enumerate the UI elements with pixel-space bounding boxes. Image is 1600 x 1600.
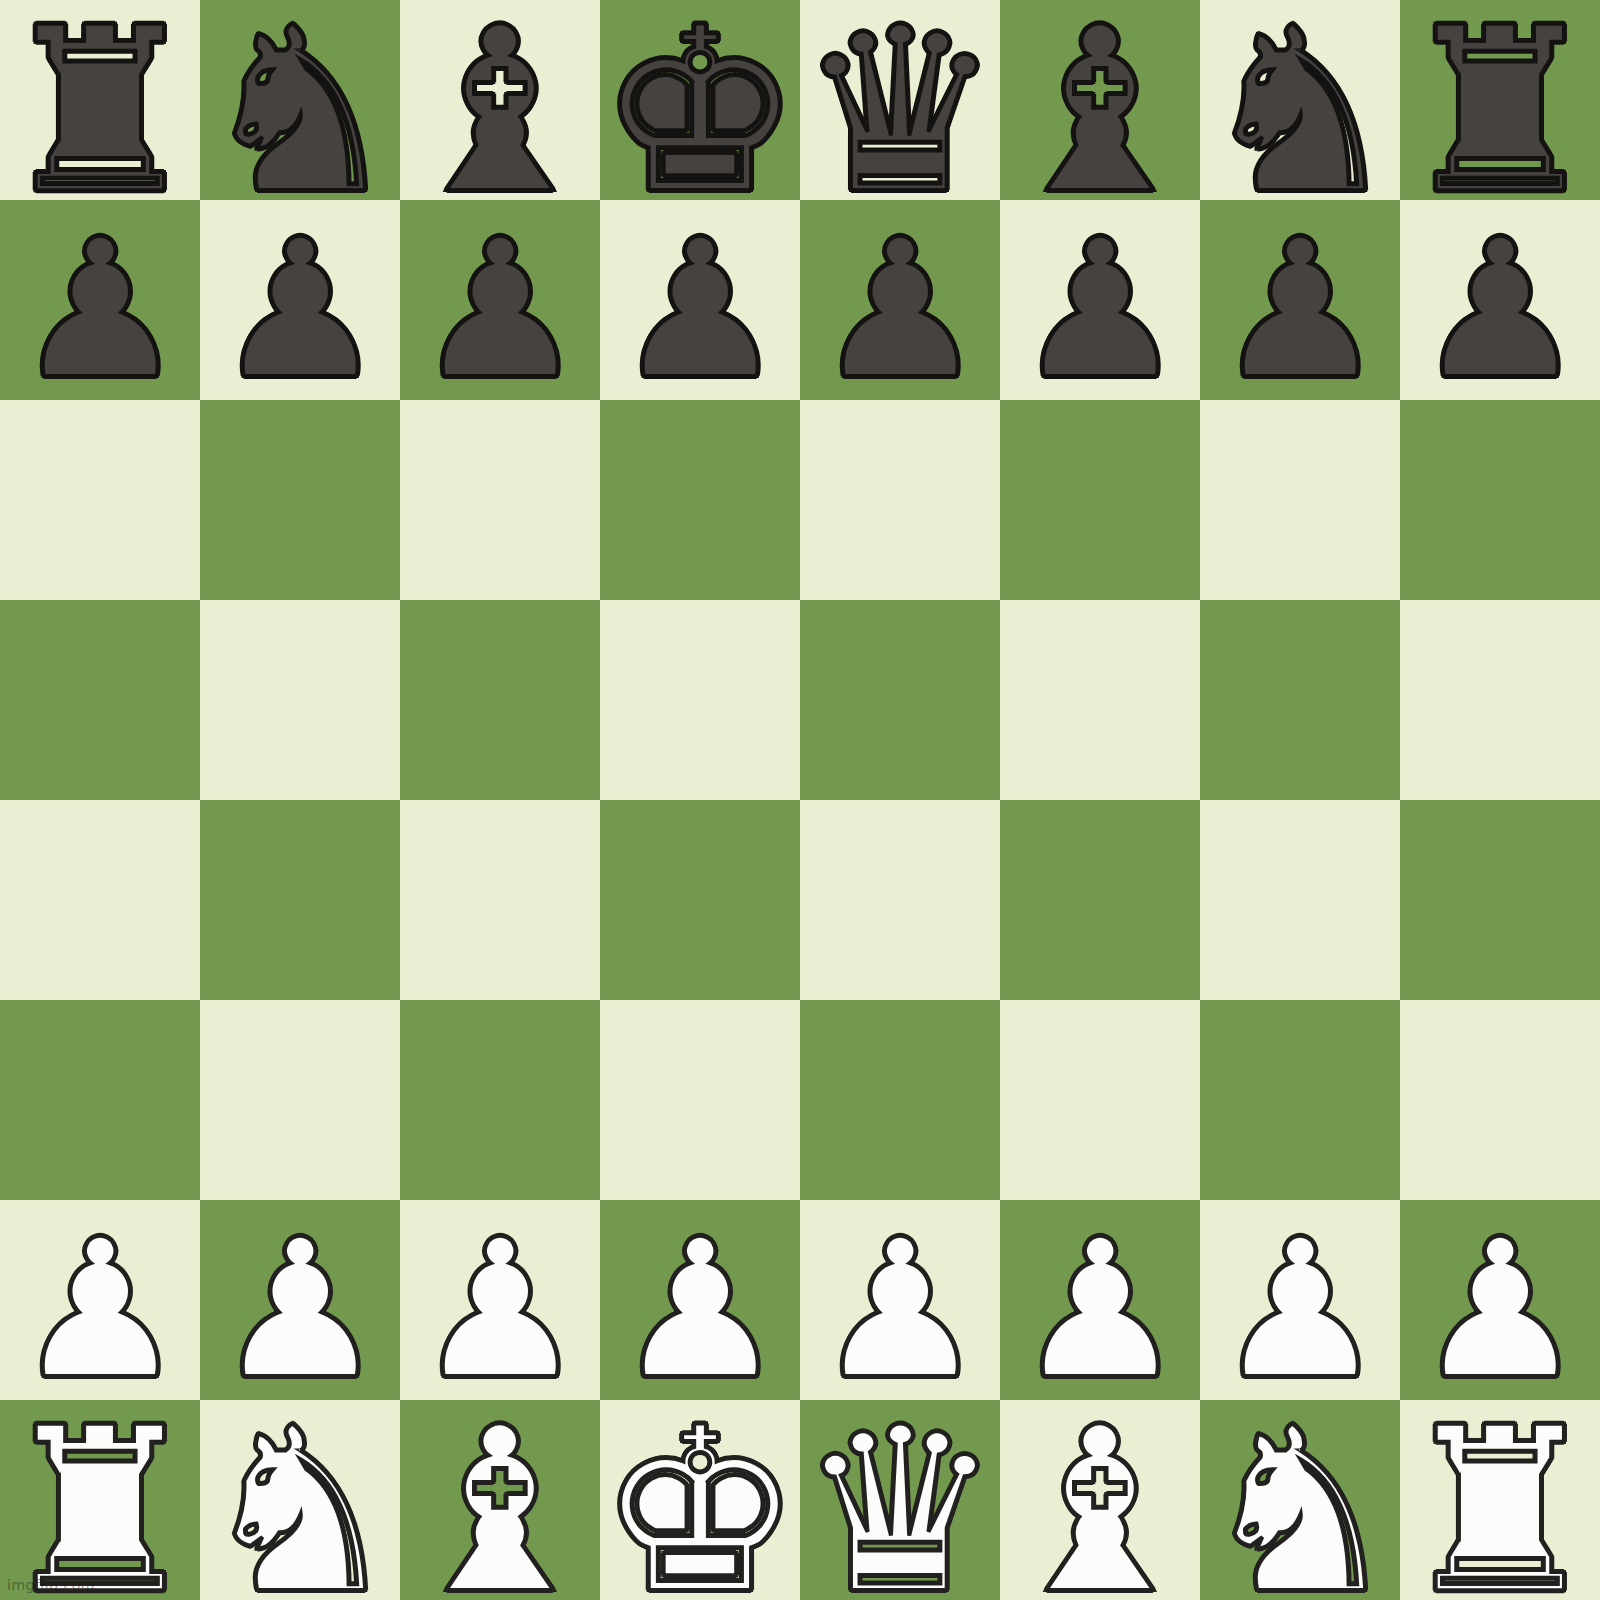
square-b5[interactable] [200, 600, 400, 800]
square-a2[interactable]: ♟ [0, 1200, 200, 1400]
piece-black-pawn[interactable]: ♟ [14, 214, 186, 400]
piece-white-pawn[interactable]: ♟ [14, 1214, 186, 1400]
square-a4[interactable] [0, 800, 200, 1000]
square-d5[interactable] [600, 600, 800, 800]
square-c6[interactable] [400, 400, 600, 600]
square-h2[interactable]: ♟ [1400, 1200, 1600, 1400]
square-f8[interactable]: ♝ [1000, 0, 1200, 200]
piece-black-pawn[interactable]: ♟ [814, 214, 986, 400]
square-e7[interactable]: ♟ [800, 200, 1000, 400]
square-g7[interactable]: ♟ [1200, 200, 1400, 400]
square-g8[interactable]: ♞ [1200, 0, 1400, 200]
square-b7[interactable]: ♟ [200, 200, 400, 400]
square-f3[interactable] [1000, 1000, 1200, 1200]
square-d2[interactable]: ♟ [600, 1200, 800, 1400]
square-e1[interactable]: ♛ [800, 1400, 1000, 1600]
square-h1[interactable]: ♜ [1400, 1400, 1600, 1600]
piece-white-pawn[interactable]: ♟ [414, 1214, 586, 1400]
square-a8[interactable]: ♜ [0, 0, 200, 200]
square-b8[interactable]: ♞ [200, 0, 400, 200]
square-c7[interactable]: ♟ [400, 200, 600, 400]
square-a3[interactable] [0, 1000, 200, 1200]
square-f2[interactable]: ♟ [1000, 1200, 1200, 1400]
square-f1[interactable]: ♝ [1000, 1400, 1200, 1600]
piece-white-pawn[interactable]: ♟ [814, 1214, 986, 1400]
piece-white-bishop[interactable]: ♝ [1000, 1400, 1200, 1600]
square-e2[interactable]: ♟ [800, 1200, 1000, 1400]
square-g5[interactable] [1200, 600, 1400, 800]
square-d4[interactable] [600, 800, 800, 1000]
square-f7[interactable]: ♟ [1000, 200, 1200, 400]
square-e6[interactable] [800, 400, 1000, 600]
square-h7[interactable]: ♟ [1400, 200, 1600, 400]
chess-board: ♜♞♝♚♛♝♞♜♟♟♟♟♟♟♟♟♟♟♟♟♟♟♟♟♜♞♝♚♛♝♞♜ [0, 0, 1600, 1600]
square-d7[interactable]: ♟ [600, 200, 800, 400]
square-c4[interactable] [400, 800, 600, 1000]
square-b4[interactable] [200, 800, 400, 1000]
square-a7[interactable]: ♟ [0, 200, 200, 400]
square-b6[interactable] [200, 400, 400, 600]
piece-black-pawn[interactable]: ♟ [1014, 214, 1186, 400]
piece-white-bishop[interactable]: ♝ [400, 1400, 600, 1600]
square-h3[interactable] [1400, 1000, 1600, 1200]
piece-white-rook[interactable]: ♜ [0, 1400, 200, 1600]
piece-black-rook[interactable]: ♜ [1400, 0, 1600, 200]
piece-black-knight[interactable]: ♞ [1200, 0, 1400, 200]
square-e5[interactable] [800, 600, 1000, 800]
piece-black-king[interactable]: ♚ [600, 0, 800, 200]
square-a5[interactable] [0, 600, 200, 800]
square-a1[interactable]: ♜ [0, 1400, 200, 1600]
piece-white-pawn[interactable]: ♟ [1214, 1214, 1386, 1400]
square-e8[interactable]: ♛ [800, 0, 1000, 200]
piece-black-pawn[interactable]: ♟ [214, 214, 386, 400]
piece-black-pawn[interactable]: ♟ [1414, 214, 1586, 400]
square-f4[interactable] [1000, 800, 1200, 1000]
square-h5[interactable] [1400, 600, 1600, 800]
square-f5[interactable] [1000, 600, 1200, 800]
piece-white-pawn[interactable]: ♟ [614, 1214, 786, 1400]
square-c1[interactable]: ♝ [400, 1400, 600, 1600]
square-d8[interactable]: ♚ [600, 0, 800, 200]
square-d1[interactable]: ♚ [600, 1400, 800, 1600]
square-g1[interactable]: ♞ [1200, 1400, 1400, 1600]
piece-white-pawn[interactable]: ♟ [1014, 1214, 1186, 1400]
square-b2[interactable]: ♟ [200, 1200, 400, 1400]
square-g4[interactable] [1200, 800, 1400, 1000]
piece-white-knight[interactable]: ♞ [200, 1400, 400, 1600]
piece-white-king[interactable]: ♚ [600, 1400, 800, 1600]
piece-black-pawn[interactable]: ♟ [1214, 214, 1386, 400]
square-h6[interactable] [1400, 400, 1600, 600]
square-c2[interactable]: ♟ [400, 1200, 600, 1400]
square-c8[interactable]: ♝ [400, 0, 600, 200]
square-b1[interactable]: ♞ [200, 1400, 400, 1600]
square-f6[interactable] [1000, 400, 1200, 600]
piece-white-rook[interactable]: ♜ [1400, 1400, 1600, 1600]
piece-white-knight[interactable]: ♞ [1200, 1400, 1400, 1600]
square-e3[interactable] [800, 1000, 1000, 1200]
square-d6[interactable] [600, 400, 800, 600]
piece-black-knight[interactable]: ♞ [200, 0, 400, 200]
square-c3[interactable] [400, 1000, 600, 1200]
piece-black-bishop[interactable]: ♝ [400, 0, 600, 200]
square-a6[interactable] [0, 400, 200, 600]
square-g6[interactable] [1200, 400, 1400, 600]
square-h8[interactable]: ♜ [1400, 0, 1600, 200]
square-h4[interactable] [1400, 800, 1600, 1000]
square-e4[interactable] [800, 800, 1000, 1000]
square-d3[interactable] [600, 1000, 800, 1200]
square-c5[interactable] [400, 600, 600, 800]
piece-black-rook[interactable]: ♜ [0, 0, 200, 200]
piece-black-pawn[interactable]: ♟ [414, 214, 586, 400]
piece-black-bishop[interactable]: ♝ [1000, 0, 1200, 200]
piece-black-queen[interactable]: ♛ [800, 0, 1000, 200]
piece-white-queen[interactable]: ♛ [800, 1400, 1000, 1600]
square-g2[interactable]: ♟ [1200, 1200, 1400, 1400]
piece-white-pawn[interactable]: ♟ [214, 1214, 386, 1400]
piece-black-pawn[interactable]: ♟ [614, 214, 786, 400]
square-b3[interactable] [200, 1000, 400, 1200]
square-g3[interactable] [1200, 1000, 1400, 1200]
piece-white-pawn[interactable]: ♟ [1414, 1214, 1586, 1400]
